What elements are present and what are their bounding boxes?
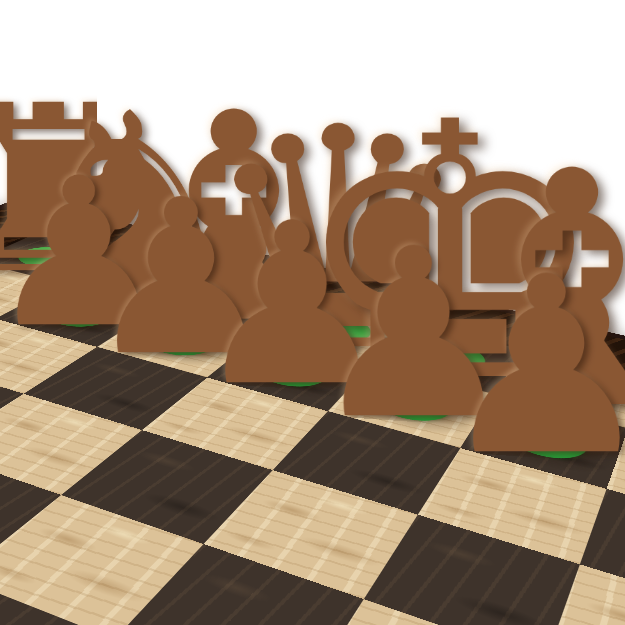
board-squares: ♜♞♝♛♚♝♟♟♟♟♟ bbox=[0, 234, 625, 625]
chess-board: ♜♞♝♛♚♝♟♟♟♟♟ bbox=[0, 199, 625, 625]
chess-set-photo: ♜♞♝♛♚♝♟♟♟♟♟ bbox=[0, 0, 625, 625]
board-perspective-wrap: ♜♞♝♛♚♝♟♟♟♟♟ bbox=[0, 0, 625, 625]
